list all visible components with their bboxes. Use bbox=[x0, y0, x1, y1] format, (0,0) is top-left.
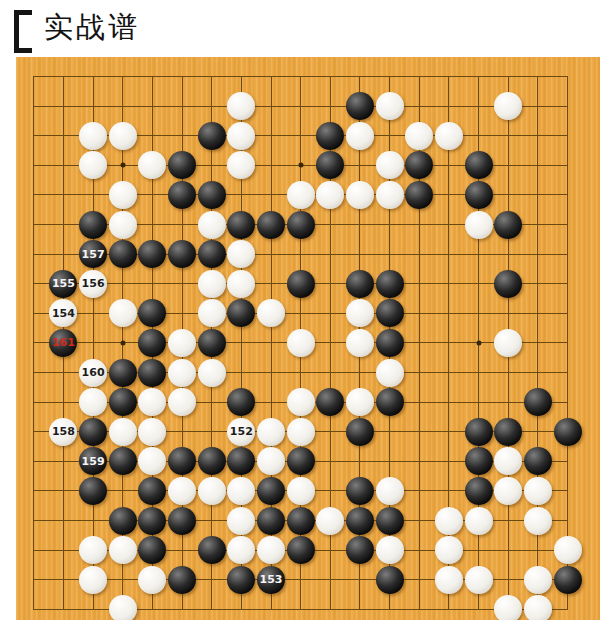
stone-white bbox=[494, 447, 522, 475]
stone-white bbox=[405, 122, 433, 150]
star-point bbox=[298, 163, 303, 168]
stone-white: 156 bbox=[79, 270, 107, 298]
move-number: 152 bbox=[230, 426, 253, 437]
stone-black bbox=[138, 507, 166, 535]
stone-black bbox=[198, 122, 226, 150]
stone-white bbox=[465, 566, 493, 594]
move-number: 154 bbox=[52, 308, 75, 319]
stone-white bbox=[435, 507, 463, 535]
stone-white: 152 bbox=[227, 418, 255, 446]
stone-black bbox=[257, 507, 285, 535]
stone-white bbox=[346, 329, 374, 357]
stone-black bbox=[198, 536, 226, 564]
stone-white bbox=[168, 329, 196, 357]
stone-black bbox=[376, 329, 404, 357]
stone-white bbox=[138, 566, 166, 594]
stone-white bbox=[109, 536, 137, 564]
stone-black bbox=[346, 92, 374, 120]
stone-white: 154 bbox=[49, 299, 77, 327]
stone-white bbox=[79, 122, 107, 150]
stone-black bbox=[494, 211, 522, 239]
stone-white bbox=[198, 477, 226, 505]
stone-black bbox=[287, 507, 315, 535]
stone-black bbox=[227, 211, 255, 239]
stone-white bbox=[435, 122, 463, 150]
stone-black bbox=[109, 388, 137, 416]
stone-white bbox=[79, 388, 107, 416]
move-number: 153 bbox=[260, 574, 283, 585]
stone-white bbox=[346, 122, 374, 150]
stone-white bbox=[376, 359, 404, 387]
stone-black bbox=[227, 388, 255, 416]
stone-black bbox=[465, 447, 493, 475]
stone-black: 159 bbox=[79, 447, 107, 475]
stone-white bbox=[257, 418, 285, 446]
stone-black bbox=[465, 418, 493, 446]
stone-black bbox=[346, 270, 374, 298]
stone-black: 155 bbox=[49, 270, 77, 298]
stone-black bbox=[79, 418, 107, 446]
stone-black bbox=[346, 477, 374, 505]
stone-white bbox=[494, 329, 522, 357]
stone-white bbox=[287, 477, 315, 505]
stone-white bbox=[227, 151, 255, 179]
stone-black bbox=[554, 566, 582, 594]
move-number: 156 bbox=[82, 278, 105, 289]
stone-black bbox=[554, 418, 582, 446]
stone-white bbox=[435, 566, 463, 594]
stone-white bbox=[287, 418, 315, 446]
stone-black bbox=[138, 329, 166, 357]
stone-white bbox=[287, 388, 315, 416]
stone-white bbox=[227, 122, 255, 150]
stone-white bbox=[346, 181, 374, 209]
stone-black bbox=[376, 270, 404, 298]
move-number: 155 bbox=[52, 278, 75, 289]
title-bracket-icon bbox=[14, 10, 32, 53]
stone-white bbox=[376, 181, 404, 209]
star-point bbox=[476, 340, 481, 345]
stone-black bbox=[168, 447, 196, 475]
stone-white bbox=[227, 92, 255, 120]
stone-white bbox=[138, 447, 166, 475]
stone-white bbox=[524, 507, 552, 535]
stone-white bbox=[227, 477, 255, 505]
stone-black bbox=[524, 447, 552, 475]
stone-black bbox=[198, 240, 226, 268]
stone-black bbox=[168, 151, 196, 179]
stone-white bbox=[316, 181, 344, 209]
stone-white bbox=[376, 536, 404, 564]
stone-white bbox=[109, 211, 137, 239]
bottom-margin bbox=[0, 620, 600, 640]
move-number: 160 bbox=[82, 367, 105, 378]
stone-black bbox=[198, 181, 226, 209]
page-title: 实战谱 bbox=[44, 8, 140, 46]
stone-white bbox=[138, 151, 166, 179]
stone-black bbox=[168, 566, 196, 594]
stone-white bbox=[227, 536, 255, 564]
stone-black bbox=[138, 299, 166, 327]
stone-black bbox=[346, 536, 374, 564]
stone-white bbox=[227, 507, 255, 535]
stone-white bbox=[227, 240, 255, 268]
stone-black: 161 bbox=[49, 329, 77, 357]
stone-white bbox=[465, 211, 493, 239]
stone-black bbox=[109, 507, 137, 535]
stone-white bbox=[316, 507, 344, 535]
stone-white bbox=[79, 566, 107, 594]
stone-black bbox=[346, 507, 374, 535]
stone-black bbox=[494, 270, 522, 298]
stone-black bbox=[198, 447, 226, 475]
stone-black bbox=[465, 151, 493, 179]
stone-white bbox=[346, 299, 374, 327]
stone-white bbox=[168, 359, 196, 387]
stone-white bbox=[524, 477, 552, 505]
stone-white bbox=[109, 418, 137, 446]
stone-white bbox=[138, 388, 166, 416]
stone-black bbox=[465, 181, 493, 209]
stone-black bbox=[405, 181, 433, 209]
stone-black bbox=[287, 447, 315, 475]
stone-black bbox=[376, 388, 404, 416]
stone-white bbox=[287, 181, 315, 209]
stone-white bbox=[376, 477, 404, 505]
stone-black bbox=[376, 507, 404, 535]
stone-white: 160 bbox=[79, 359, 107, 387]
stone-black bbox=[227, 299, 255, 327]
stone-white bbox=[79, 536, 107, 564]
stone-white bbox=[168, 388, 196, 416]
stone-white bbox=[257, 299, 285, 327]
stone-black bbox=[138, 240, 166, 268]
stone-white bbox=[79, 151, 107, 179]
stone-black bbox=[227, 447, 255, 475]
stone-white bbox=[376, 151, 404, 179]
stone-white bbox=[494, 92, 522, 120]
stone-black bbox=[257, 477, 285, 505]
stone-black bbox=[465, 477, 493, 505]
stone-white bbox=[109, 181, 137, 209]
stone-white bbox=[435, 536, 463, 564]
move-number: 159 bbox=[82, 456, 105, 467]
move-number: 158 bbox=[52, 426, 75, 437]
page-header: 实战谱 bbox=[0, 0, 600, 57]
stone-black bbox=[316, 122, 344, 150]
stone-black bbox=[79, 211, 107, 239]
stone-black bbox=[138, 536, 166, 564]
stone-black: 157 bbox=[79, 240, 107, 268]
stone-black bbox=[168, 181, 196, 209]
stone-white: 158 bbox=[49, 418, 77, 446]
stone-white bbox=[109, 122, 137, 150]
stone-white bbox=[168, 477, 196, 505]
star-point bbox=[120, 340, 125, 345]
star-point bbox=[120, 163, 125, 168]
stone-black bbox=[109, 359, 137, 387]
stone-black bbox=[257, 211, 285, 239]
stone-black bbox=[79, 477, 107, 505]
stone-white bbox=[227, 270, 255, 298]
stone-black bbox=[494, 418, 522, 446]
stone-black bbox=[168, 240, 196, 268]
move-number: 157 bbox=[82, 249, 105, 260]
stone-white bbox=[494, 477, 522, 505]
stone-white bbox=[198, 211, 226, 239]
stone-black bbox=[346, 418, 374, 446]
stone-black bbox=[138, 477, 166, 505]
stone-black bbox=[287, 270, 315, 298]
stone-black bbox=[168, 507, 196, 535]
stone-white bbox=[198, 270, 226, 298]
stone-black: 153 bbox=[257, 566, 285, 594]
stone-white bbox=[554, 536, 582, 564]
stone-black bbox=[524, 388, 552, 416]
grid-line-vertical bbox=[567, 76, 568, 610]
stone-white bbox=[257, 447, 285, 475]
stone-black bbox=[405, 151, 433, 179]
stone-white bbox=[524, 566, 552, 594]
stone-white bbox=[198, 359, 226, 387]
stone-white bbox=[138, 418, 166, 446]
stone-white bbox=[109, 299, 137, 327]
stone-black bbox=[376, 299, 404, 327]
stone-black bbox=[287, 211, 315, 239]
stone-black bbox=[109, 240, 137, 268]
last-move-number: 161 bbox=[52, 337, 75, 348]
go-board: 157155156154161160158152159153 bbox=[16, 57, 600, 620]
stone-black bbox=[287, 536, 315, 564]
stone-black bbox=[376, 566, 404, 594]
stone-black bbox=[227, 566, 255, 594]
stone-white bbox=[465, 507, 493, 535]
stone-white bbox=[198, 299, 226, 327]
stone-white bbox=[257, 536, 285, 564]
stone-black bbox=[316, 388, 344, 416]
stone-black bbox=[109, 447, 137, 475]
stone-white bbox=[376, 92, 404, 120]
stone-black bbox=[316, 151, 344, 179]
stone-white bbox=[287, 329, 315, 357]
stone-black bbox=[138, 359, 166, 387]
stone-white bbox=[346, 388, 374, 416]
stone-black bbox=[198, 329, 226, 357]
